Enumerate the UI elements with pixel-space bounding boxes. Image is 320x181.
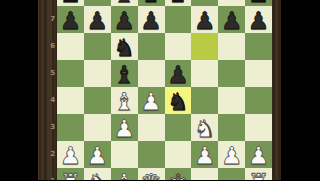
piece-black-pawn-g7[interactable]: ♟ bbox=[221, 9, 243, 33]
square-a1[interactable]: ♜ bbox=[57, 168, 84, 180]
piece-black-king-e8[interactable]: ♚ bbox=[167, 0, 189, 6]
piece-black-knight-c6[interactable]: ♞ bbox=[113, 36, 135, 60]
square-f4[interactable] bbox=[191, 87, 218, 114]
square-d3[interactable] bbox=[138, 114, 165, 141]
square-e3[interactable] bbox=[165, 114, 192, 141]
square-c2[interactable] bbox=[111, 141, 138, 168]
square-c6[interactable]: ♞ bbox=[111, 33, 138, 60]
square-c5[interactable]: ♝ bbox=[111, 60, 138, 87]
piece-white-pawn-h2[interactable]: ♟ bbox=[248, 144, 270, 168]
chess-board: ♜♝♛♚♜♟♟♟♟♟♟♟♞♝♟♝♟♞♟♞♟♟♟♟♟♜♞♝♛♚♜ bbox=[57, 0, 272, 180]
square-a5[interactable] bbox=[57, 60, 84, 87]
piece-white-pawn-c3[interactable]: ♟ bbox=[113, 117, 135, 141]
square-h5[interactable] bbox=[245, 60, 272, 87]
piece-white-pawn-g2[interactable]: ♟ bbox=[221, 144, 243, 168]
piece-white-bishop-c4[interactable]: ♝ bbox=[113, 90, 135, 114]
piece-black-knight-e4[interactable]: ♞ bbox=[167, 90, 189, 114]
square-f3[interactable]: ♞ bbox=[191, 114, 218, 141]
square-h2[interactable]: ♟ bbox=[245, 141, 272, 168]
square-b6[interactable] bbox=[84, 33, 111, 60]
square-a6[interactable] bbox=[57, 33, 84, 60]
piece-white-queen-d1[interactable]: ♛ bbox=[140, 171, 162, 181]
piece-black-pawn-f7[interactable]: ♟ bbox=[194, 9, 216, 33]
square-g7[interactable]: ♟ bbox=[218, 6, 245, 33]
square-d2[interactable] bbox=[138, 141, 165, 168]
square-a2[interactable]: ♟ bbox=[57, 141, 84, 168]
chess-app-viewport: ♜♝♛♚♜♟♟♟♟♟♟♟♞♝♟♝♟♞♟♞♟♟♟♟♟♜♞♝♛♚♜ 87654321 bbox=[0, 0, 320, 180]
piece-black-pawn-d7[interactable]: ♟ bbox=[140, 9, 162, 33]
piece-white-knight-b1[interactable]: ♞ bbox=[87, 171, 109, 181]
square-e4[interactable]: ♞ bbox=[165, 87, 192, 114]
piece-black-queen-d8[interactable]: ♛ bbox=[140, 0, 162, 6]
square-g2[interactable]: ♟ bbox=[218, 141, 245, 168]
square-g5[interactable] bbox=[218, 60, 245, 87]
square-h1[interactable]: ♜ bbox=[245, 168, 272, 180]
square-d1[interactable]: ♛ bbox=[138, 168, 165, 180]
square-e6[interactable] bbox=[165, 33, 192, 60]
piece-black-pawn-h7[interactable]: ♟ bbox=[248, 9, 270, 33]
square-g4[interactable] bbox=[218, 87, 245, 114]
square-d4[interactable]: ♟ bbox=[138, 87, 165, 114]
square-g6[interactable] bbox=[218, 33, 245, 60]
square-b7[interactable]: ♟ bbox=[84, 6, 111, 33]
square-d7[interactable]: ♟ bbox=[138, 6, 165, 33]
square-c3[interactable]: ♟ bbox=[111, 114, 138, 141]
square-e2[interactable] bbox=[165, 141, 192, 168]
piece-white-pawn-d4[interactable]: ♟ bbox=[140, 90, 162, 114]
piece-white-pawn-f2[interactable]: ♟ bbox=[194, 144, 216, 168]
piece-black-rook-a8[interactable]: ♜ bbox=[60, 0, 82, 6]
square-h7[interactable]: ♟ bbox=[245, 6, 272, 33]
piece-white-knight-f3[interactable]: ♞ bbox=[194, 117, 216, 141]
square-f2[interactable]: ♟ bbox=[191, 141, 218, 168]
square-f1[interactable] bbox=[191, 168, 218, 180]
piece-black-rook-h8[interactable]: ♜ bbox=[248, 0, 270, 6]
square-h6[interactable] bbox=[245, 33, 272, 60]
square-f5[interactable] bbox=[191, 60, 218, 87]
piece-black-pawn-a7[interactable]: ♟ bbox=[60, 9, 82, 33]
square-h3[interactable] bbox=[245, 114, 272, 141]
square-e1[interactable]: ♚ bbox=[165, 168, 192, 180]
square-b1[interactable]: ♞ bbox=[84, 168, 111, 180]
square-g1[interactable] bbox=[218, 168, 245, 180]
square-b3[interactable] bbox=[84, 114, 111, 141]
piece-white-rook-a1[interactable]: ♜ bbox=[60, 171, 82, 181]
piece-white-rook-h1[interactable]: ♜ bbox=[248, 171, 270, 181]
square-c4[interactable]: ♝ bbox=[111, 87, 138, 114]
piece-black-pawn-b7[interactable]: ♟ bbox=[87, 9, 109, 33]
square-d5[interactable] bbox=[138, 60, 165, 87]
piece-black-pawn-e5[interactable]: ♟ bbox=[167, 63, 189, 87]
square-a4[interactable] bbox=[57, 87, 84, 114]
piece-black-pawn-c7[interactable]: ♟ bbox=[113, 9, 135, 33]
piece-white-pawn-b2[interactable]: ♟ bbox=[87, 144, 109, 168]
piece-white-pawn-a2[interactable]: ♟ bbox=[60, 144, 82, 168]
square-h4[interactable] bbox=[245, 87, 272, 114]
square-b5[interactable] bbox=[84, 60, 111, 87]
piece-white-king-e1[interactable]: ♚ bbox=[167, 171, 189, 181]
square-e5[interactable]: ♟ bbox=[165, 60, 192, 87]
square-d6[interactable] bbox=[138, 33, 165, 60]
square-e7[interactable] bbox=[165, 6, 192, 33]
square-b4[interactable] bbox=[84, 87, 111, 114]
piece-black-bishop-c5[interactable]: ♝ bbox=[113, 63, 135, 87]
square-b2[interactable]: ♟ bbox=[84, 141, 111, 168]
square-c7[interactable]: ♟ bbox=[111, 6, 138, 33]
square-f6[interactable] bbox=[191, 33, 218, 60]
square-f7[interactable]: ♟ bbox=[191, 6, 218, 33]
square-a7[interactable]: ♟ bbox=[57, 6, 84, 33]
piece-white-bishop-c1[interactable]: ♝ bbox=[113, 171, 135, 181]
square-g3[interactable] bbox=[218, 114, 245, 141]
piece-black-bishop-c8[interactable]: ♝ bbox=[113, 0, 135, 6]
square-c1[interactable]: ♝ bbox=[111, 168, 138, 180]
square-a3[interactable] bbox=[57, 114, 84, 141]
